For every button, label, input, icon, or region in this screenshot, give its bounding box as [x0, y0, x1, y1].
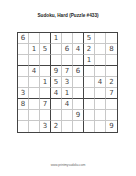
cell-r8c6: 9 [73, 110, 84, 121]
cell-r6c8[interactable] [95, 88, 106, 99]
cell-r7c9[interactable] [106, 99, 117, 110]
cell-r8c7[interactable] [84, 110, 95, 121]
cell-r4c9[interactable] [106, 66, 117, 77]
cell-r6c5: 1 [62, 88, 73, 99]
cell-r8c1[interactable] [18, 110, 29, 121]
cell-r3c2[interactable] [29, 55, 40, 66]
cell-r9c8[interactable] [95, 121, 106, 132]
cell-r2c3: 5 [40, 44, 51, 55]
cell-r9c3: 3 [40, 121, 51, 132]
cell-r9c4: 2 [51, 121, 62, 132]
cell-r6c4: 4 [51, 88, 62, 99]
cell-r3c5[interactable] [62, 55, 73, 66]
cell-r2c9: 8 [106, 44, 117, 55]
puzzle-page: Sudoku, Hard (Puzzle #433) 6151564281497… [0, 0, 136, 176]
cell-r9c1[interactable] [18, 121, 29, 132]
cell-r1c3[interactable] [40, 33, 51, 44]
cell-r4c3[interactable] [40, 66, 51, 77]
cell-r3c4[interactable] [51, 55, 62, 66]
cell-r5c1[interactable] [18, 77, 29, 88]
cell-r9c7[interactable] [84, 121, 95, 132]
cell-r6c2[interactable] [29, 88, 40, 99]
cell-r4c1[interactable] [18, 66, 29, 77]
cell-r4c2: 4 [29, 66, 40, 77]
cell-r5c9: 2 [106, 77, 117, 88]
cell-r4c8[interactable] [95, 66, 106, 77]
cell-r7c8[interactable] [95, 99, 106, 110]
cell-r8c5[interactable] [62, 110, 73, 121]
cell-r7c1: 8 [18, 99, 29, 110]
cell-r9c5[interactable] [62, 121, 73, 132]
footer-url: www.printmysudoku.com [33, 163, 104, 166]
cell-r1c6[interactable] [73, 33, 84, 44]
cell-r9c2[interactable] [29, 121, 40, 132]
cell-r7c6[interactable] [73, 99, 84, 110]
cell-r2c6: 4 [73, 44, 84, 55]
cell-r5c8: 4 [95, 77, 106, 88]
sudoku-board: 615156428149761534234178749329 [17, 32, 118, 133]
cell-r1c7: 5 [84, 33, 95, 44]
cell-r6c3[interactable] [40, 88, 51, 99]
cell-r6c1: 3 [18, 88, 29, 99]
cell-r9c6[interactable] [73, 121, 84, 132]
cell-r7c2[interactable] [29, 99, 40, 110]
cell-r3c7: 1 [84, 55, 95, 66]
cell-r1c1: 6 [18, 33, 29, 44]
cell-r1c9[interactable] [106, 33, 117, 44]
cell-r7c4[interactable] [51, 99, 62, 110]
cell-r8c8[interactable] [95, 110, 106, 121]
cell-r7c7[interactable] [84, 99, 95, 110]
cell-r1c5[interactable] [62, 33, 73, 44]
cell-r4c5: 7 [62, 66, 73, 77]
puzzle-title: Sudoku, Hard (Puzzle #433) [15, 13, 121, 18]
cell-r2c7: 2 [84, 44, 95, 55]
cell-r2c4[interactable] [51, 44, 62, 55]
cell-r9c9: 9 [106, 121, 117, 132]
cell-r3c3[interactable] [40, 55, 51, 66]
cell-r3c1[interactable] [18, 55, 29, 66]
cell-r5c6[interactable] [73, 77, 84, 88]
cell-r6c9: 7 [106, 88, 117, 99]
cell-r7c3: 7 [40, 99, 51, 110]
cell-r1c8[interactable] [95, 33, 106, 44]
cell-r8c4[interactable] [51, 110, 62, 121]
cell-r2c2: 1 [29, 44, 40, 55]
cell-r8c3[interactable] [40, 110, 51, 121]
cell-r6c7[interactable] [84, 88, 95, 99]
cell-r7c5: 4 [62, 99, 73, 110]
cell-r5c2[interactable] [29, 77, 40, 88]
cell-r3c9[interactable] [106, 55, 117, 66]
cell-r1c2[interactable] [29, 33, 40, 44]
cell-r5c4: 5 [51, 77, 62, 88]
cell-r8c9[interactable] [106, 110, 117, 121]
cell-r1c4: 1 [51, 33, 62, 44]
cell-r3c6[interactable] [73, 55, 84, 66]
cell-r4c7[interactable] [84, 66, 95, 77]
cell-r5c5: 3 [62, 77, 73, 88]
cell-r3c8[interactable] [95, 55, 106, 66]
cell-r2c5: 6 [62, 44, 73, 55]
cell-r2c1[interactable] [18, 44, 29, 55]
cell-r5c3: 1 [40, 77, 51, 88]
cell-r4c4: 9 [51, 66, 62, 77]
cell-r2c8[interactable] [95, 44, 106, 55]
cell-r4c6: 6 [73, 66, 84, 77]
cell-r5c7[interactable] [84, 77, 95, 88]
cell-r8c2[interactable] [29, 110, 40, 121]
cell-r6c6[interactable] [73, 88, 84, 99]
